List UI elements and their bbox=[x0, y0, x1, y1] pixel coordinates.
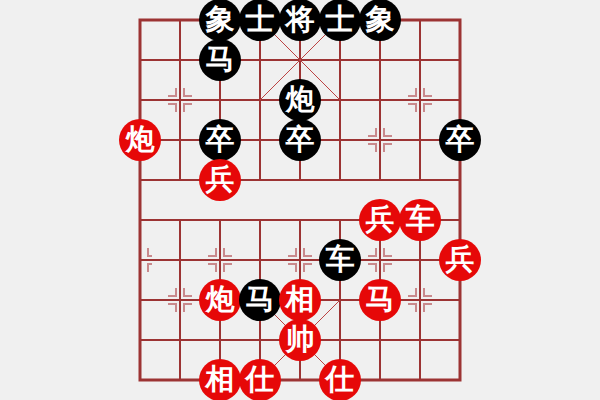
piece-glyph: 相 bbox=[206, 365, 235, 394]
xiangqi-board[interactable]: 象士将士象马炮炮卒卒卒兵兵车车兵炮马相马帅相仕仕 bbox=[120, 0, 480, 400]
piece-glyph: 士 bbox=[246, 5, 275, 34]
piece-glyph: 卒 bbox=[286, 125, 315, 154]
piece-black-advisor[interactable]: 士 bbox=[239, 0, 281, 41]
piece-glyph: 马 bbox=[206, 45, 235, 74]
piece-red-cannon[interactable]: 炮 bbox=[119, 119, 161, 161]
piece-glyph: 兵 bbox=[446, 245, 475, 274]
piece-glyph: 兵 bbox=[206, 165, 235, 194]
piece-glyph: 车 bbox=[326, 245, 355, 274]
piece-glyph: 象 bbox=[366, 5, 395, 34]
piece-red-cannon[interactable]: 炮 bbox=[199, 279, 241, 321]
piece-glyph: 仕 bbox=[246, 365, 275, 394]
piece-red-soldier[interactable]: 兵 bbox=[199, 159, 241, 201]
piece-black-elephant[interactable]: 象 bbox=[359, 0, 401, 41]
piece-glyph: 卒 bbox=[206, 125, 235, 154]
piece-glyph: 马 bbox=[246, 285, 275, 314]
piece-black-soldier[interactable]: 卒 bbox=[439, 119, 481, 161]
piece-red-chariot[interactable]: 车 bbox=[399, 199, 441, 241]
piece-red-general[interactable]: 帅 bbox=[279, 319, 321, 361]
piece-glyph: 炮 bbox=[126, 125, 155, 154]
piece-glyph: 象 bbox=[206, 5, 235, 34]
piece-black-horse[interactable]: 马 bbox=[239, 279, 281, 321]
piece-red-elephant[interactable]: 相 bbox=[199, 359, 241, 400]
piece-black-elephant[interactable]: 象 bbox=[199, 0, 241, 41]
piece-red-elephant[interactable]: 相 bbox=[279, 279, 321, 321]
piece-black-horse[interactable]: 马 bbox=[199, 39, 241, 81]
piece-glyph: 炮 bbox=[286, 85, 315, 114]
piece-glyph: 将 bbox=[286, 5, 315, 34]
piece-glyph: 士 bbox=[326, 5, 355, 34]
piece-red-soldier[interactable]: 兵 bbox=[359, 199, 401, 241]
piece-black-soldier[interactable]: 卒 bbox=[279, 119, 321, 161]
piece-glyph: 兵 bbox=[366, 205, 395, 234]
xiangqi-app-screen: 象士将士象马炮炮卒卒卒兵兵车车兵炮马相马帅相仕仕 bbox=[0, 0, 600, 400]
piece-black-soldier[interactable]: 卒 bbox=[199, 119, 241, 161]
piece-glyph: 仕 bbox=[326, 365, 355, 394]
piece-black-advisor[interactable]: 士 bbox=[319, 0, 361, 41]
piece-black-cannon[interactable]: 炮 bbox=[279, 79, 321, 121]
piece-black-general[interactable]: 将 bbox=[279, 0, 321, 41]
piece-glyph: 车 bbox=[406, 205, 435, 234]
piece-glyph: 马 bbox=[366, 285, 395, 314]
piece-glyph: 帅 bbox=[286, 325, 315, 354]
piece-red-horse[interactable]: 马 bbox=[359, 279, 401, 321]
piece-red-advisor[interactable]: 仕 bbox=[319, 359, 361, 400]
piece-red-advisor[interactable]: 仕 bbox=[239, 359, 281, 400]
piece-glyph: 炮 bbox=[206, 285, 235, 314]
piece-red-soldier[interactable]: 兵 bbox=[439, 239, 481, 281]
piece-glyph: 相 bbox=[286, 285, 315, 314]
piece-black-chariot[interactable]: 车 bbox=[319, 239, 361, 281]
piece-glyph: 卒 bbox=[446, 125, 475, 154]
